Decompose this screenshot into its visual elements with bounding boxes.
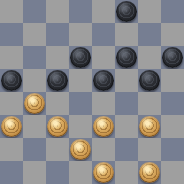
square-b6[interactable] [23,46,46,69]
square-f1[interactable] [115,161,138,184]
square-d3[interactable] [69,115,92,138]
square-h8[interactable] [161,0,184,23]
black-man-piece[interactable]: ⛂ [116,1,137,22]
white-man-piece[interactable]: ⛀ [70,139,91,160]
square-h7[interactable] [161,23,184,46]
square-g2[interactable] [138,138,161,161]
square-d2[interactable]: ⛀ [69,138,92,161]
square-h2[interactable] [161,138,184,161]
square-h1[interactable] [161,161,184,184]
square-g8[interactable] [138,0,161,23]
square-e5[interactable]: ⛂ [92,69,115,92]
square-c8[interactable] [46,0,69,23]
square-f4[interactable] [115,92,138,115]
square-g3[interactable]: ⛀ [138,115,161,138]
square-b7[interactable] [23,23,46,46]
square-c2[interactable] [46,138,69,161]
square-g7[interactable] [138,23,161,46]
square-b5[interactable] [23,69,46,92]
square-e4[interactable] [92,92,115,115]
square-c1[interactable] [46,161,69,184]
game-screen: ⛂⛂⛂⛂⛂⛂⛂⛂⛀⛀⛀⛀⛀⛀⛀⛀ [0,0,184,184]
square-c5[interactable]: ⛂ [46,69,69,92]
square-h6[interactable]: ⛂ [161,46,184,69]
square-c3[interactable]: ⛀ [46,115,69,138]
white-man-piece[interactable]: ⛀ [139,162,160,183]
square-d6[interactable]: ⛂ [69,46,92,69]
black-man-piece[interactable]: ⛂ [139,70,160,91]
square-d8[interactable] [69,0,92,23]
square-a4[interactable] [0,92,23,115]
square-f6[interactable]: ⛂ [115,46,138,69]
square-g6[interactable] [138,46,161,69]
white-man-piece[interactable]: ⛀ [93,162,114,183]
square-a5[interactable]: ⛂ [0,69,23,92]
white-man-piece[interactable]: ⛀ [139,116,160,137]
square-a1[interactable] [0,161,23,184]
square-a6[interactable] [0,46,23,69]
checkers-board: ⛂⛂⛂⛂⛂⛂⛂⛂⛀⛀⛀⛀⛀⛀⛀⛀ [0,0,184,184]
square-a2[interactable] [0,138,23,161]
square-a3[interactable]: ⛀ [0,115,23,138]
square-e3[interactable]: ⛀ [92,115,115,138]
square-g5[interactable]: ⛂ [138,69,161,92]
square-b4[interactable]: ⛀ [23,92,46,115]
square-d1[interactable] [69,161,92,184]
black-man-piece[interactable]: ⛂ [70,47,91,68]
white-man-piece[interactable]: ⛀ [24,93,45,114]
square-f3[interactable] [115,115,138,138]
white-man-piece[interactable]: ⛀ [93,116,114,137]
square-c4[interactable] [46,92,69,115]
square-b2[interactable] [23,138,46,161]
square-g4[interactable] [138,92,161,115]
black-man-piece[interactable]: ⛂ [47,70,68,91]
square-a7[interactable] [0,23,23,46]
square-a8[interactable] [0,0,23,23]
black-man-piece[interactable]: ⛂ [1,70,22,91]
square-b1[interactable] [23,161,46,184]
square-c6[interactable] [46,46,69,69]
square-d4[interactable] [69,92,92,115]
square-d5[interactable] [69,69,92,92]
square-f7[interactable] [115,23,138,46]
square-e8[interactable] [92,0,115,23]
square-e6[interactable] [92,46,115,69]
square-e1[interactable]: ⛀ [92,161,115,184]
square-h5[interactable] [161,69,184,92]
square-f8[interactable]: ⛂ [115,0,138,23]
square-h4[interactable] [161,92,184,115]
square-f5[interactable] [115,69,138,92]
white-man-piece[interactable]: ⛀ [1,116,22,137]
square-f2[interactable] [115,138,138,161]
square-h3[interactable] [161,115,184,138]
square-b8[interactable] [23,0,46,23]
black-man-piece[interactable]: ⛂ [93,70,114,91]
black-man-piece[interactable]: ⛂ [162,47,183,68]
white-man-piece[interactable]: ⛀ [47,116,68,137]
square-b3[interactable] [23,115,46,138]
square-e2[interactable] [92,138,115,161]
square-g1[interactable]: ⛀ [138,161,161,184]
black-man-piece[interactable]: ⛂ [116,47,137,68]
square-d7[interactable] [69,23,92,46]
square-c7[interactable] [46,23,69,46]
square-e7[interactable] [92,23,115,46]
